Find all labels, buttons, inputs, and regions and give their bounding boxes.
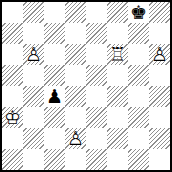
square-h1[interactable] [149, 149, 170, 170]
square-h2[interactable] [149, 128, 170, 149]
black-pawn-glyph: ♟ [44, 86, 65, 107]
square-e4[interactable] [86, 86, 107, 107]
square-a3[interactable]: ♚♔ [2, 107, 23, 128]
square-e1[interactable] [86, 149, 107, 170]
square-c4[interactable]: ♟ [44, 86, 65, 107]
square-b2[interactable] [23, 128, 44, 149]
white-pawn-glyph: ♙ [149, 44, 170, 65]
square-a6[interactable] [2, 44, 23, 65]
square-e3[interactable] [86, 107, 107, 128]
square-g3[interactable] [128, 107, 149, 128]
square-a7[interactable] [2, 23, 23, 44]
square-d1[interactable] [65, 149, 86, 170]
square-d3[interactable] [65, 107, 86, 128]
square-f6[interactable]: ♜♖ [107, 44, 128, 65]
square-c2[interactable] [44, 128, 65, 149]
square-c7[interactable] [44, 23, 65, 44]
square-b8[interactable] [23, 2, 44, 23]
square-g4[interactable] [128, 86, 149, 107]
square-b7[interactable] [23, 23, 44, 44]
square-d2[interactable]: ♟♙ [65, 128, 86, 149]
square-h8[interactable] [149, 2, 170, 23]
white-pawn-glyph: ♙ [23, 44, 44, 65]
square-b5[interactable] [23, 65, 44, 86]
square-f1[interactable] [107, 149, 128, 170]
white-pawn-icon[interactable]: ♟♙ [149, 44, 170, 65]
square-h7[interactable] [149, 23, 170, 44]
square-g8[interactable]: ♚ [128, 2, 149, 23]
square-h4[interactable] [149, 86, 170, 107]
square-a2[interactable] [2, 128, 23, 149]
white-pawn-icon[interactable]: ♟♙ [23, 44, 44, 65]
square-e5[interactable] [86, 65, 107, 86]
square-g1[interactable] [128, 149, 149, 170]
white-pawn-glyph: ♙ [65, 128, 86, 149]
square-a5[interactable] [2, 65, 23, 86]
square-d8[interactable] [65, 2, 86, 23]
white-king-glyph: ♔ [2, 107, 23, 128]
square-e8[interactable] [86, 2, 107, 23]
square-d6[interactable] [65, 44, 86, 65]
square-g5[interactable] [128, 65, 149, 86]
black-pawn-icon[interactable]: ♟ [44, 86, 65, 107]
square-e2[interactable] [86, 128, 107, 149]
square-f2[interactable] [107, 128, 128, 149]
square-a1[interactable] [2, 149, 23, 170]
chess-board: ♚♟♙♜♖♟♙♟♚♔♟♙ [0, 0, 172, 172]
white-rook-glyph: ♖ [107, 44, 128, 65]
square-f8[interactable] [107, 2, 128, 23]
square-c8[interactable] [44, 2, 65, 23]
square-d7[interactable] [65, 23, 86, 44]
square-h3[interactable] [149, 107, 170, 128]
square-h5[interactable] [149, 65, 170, 86]
square-b6[interactable]: ♟♙ [23, 44, 44, 65]
square-d4[interactable] [65, 86, 86, 107]
white-pawn-icon[interactable]: ♟♙ [65, 128, 86, 149]
square-g2[interactable] [128, 128, 149, 149]
square-e7[interactable] [86, 23, 107, 44]
square-h6[interactable]: ♟♙ [149, 44, 170, 65]
square-b4[interactable] [23, 86, 44, 107]
square-b3[interactable] [23, 107, 44, 128]
square-f5[interactable] [107, 65, 128, 86]
square-f4[interactable] [107, 86, 128, 107]
black-king-icon[interactable]: ♚ [128, 2, 149, 23]
square-c6[interactable] [44, 44, 65, 65]
square-b1[interactable] [23, 149, 44, 170]
square-a4[interactable] [2, 86, 23, 107]
square-c5[interactable] [44, 65, 65, 86]
square-c3[interactable] [44, 107, 65, 128]
square-g6[interactable] [128, 44, 149, 65]
square-a8[interactable] [2, 2, 23, 23]
square-d5[interactable] [65, 65, 86, 86]
square-c1[interactable] [44, 149, 65, 170]
white-king-icon[interactable]: ♚♔ [2, 107, 23, 128]
black-king-glyph: ♚ [128, 2, 149, 23]
square-f3[interactable] [107, 107, 128, 128]
chess-diagram: ♚♟♙♜♖♟♙♟♚♔♟♙ [0, 0, 172, 172]
square-e6[interactable] [86, 44, 107, 65]
white-rook-icon[interactable]: ♜♖ [107, 44, 128, 65]
square-f7[interactable] [107, 23, 128, 44]
square-g7[interactable] [128, 23, 149, 44]
